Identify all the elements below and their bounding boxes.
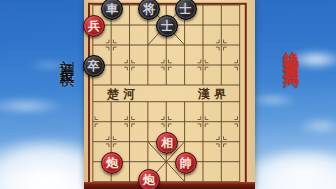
- piece-glyph: 士: [161, 20, 173, 32]
- piece-glyph: 兵: [88, 20, 100, 32]
- piece-glyph: 士: [180, 2, 192, 14]
- river-label-chu: 楚河: [107, 86, 139, 103]
- river-label-han: 漢界: [198, 86, 230, 103]
- piece-glyph: 卒: [88, 60, 100, 72]
- piece-glyph: 将: [143, 2, 155, 14]
- piece-red-cannon[interactable]: 炮: [138, 169, 160, 189]
- piece-glyph: 相: [161, 136, 173, 148]
- piece-glyph: 炮: [143, 174, 155, 186]
- piece-glyph: 車: [106, 2, 118, 14]
- piece-red-elephant[interactable]: 相: [156, 132, 178, 154]
- piece-black-general[interactable]: 将: [138, 0, 160, 20]
- piece-black-chariot[interactable]: 車: [101, 0, 123, 20]
- piece-black-advisor[interactable]: 士: [175, 0, 197, 20]
- piece-glyph: 炮: [106, 156, 118, 168]
- piece-glyph: 帥: [180, 156, 192, 168]
- piece-black-soldier[interactable]: 卒: [83, 55, 105, 77]
- video-frame: 刘博主象棋 绝妙实用残局 楚河 漢界 車将士兵士卒相炮帥炮: [0, 0, 336, 189]
- piece-red-soldier[interactable]: 兵: [83, 15, 105, 37]
- board-frame-edge: [84, 182, 255, 189]
- piece-red-cannon[interactable]: 炮: [101, 152, 123, 174]
- piece-red-general[interactable]: 帥: [175, 152, 197, 174]
